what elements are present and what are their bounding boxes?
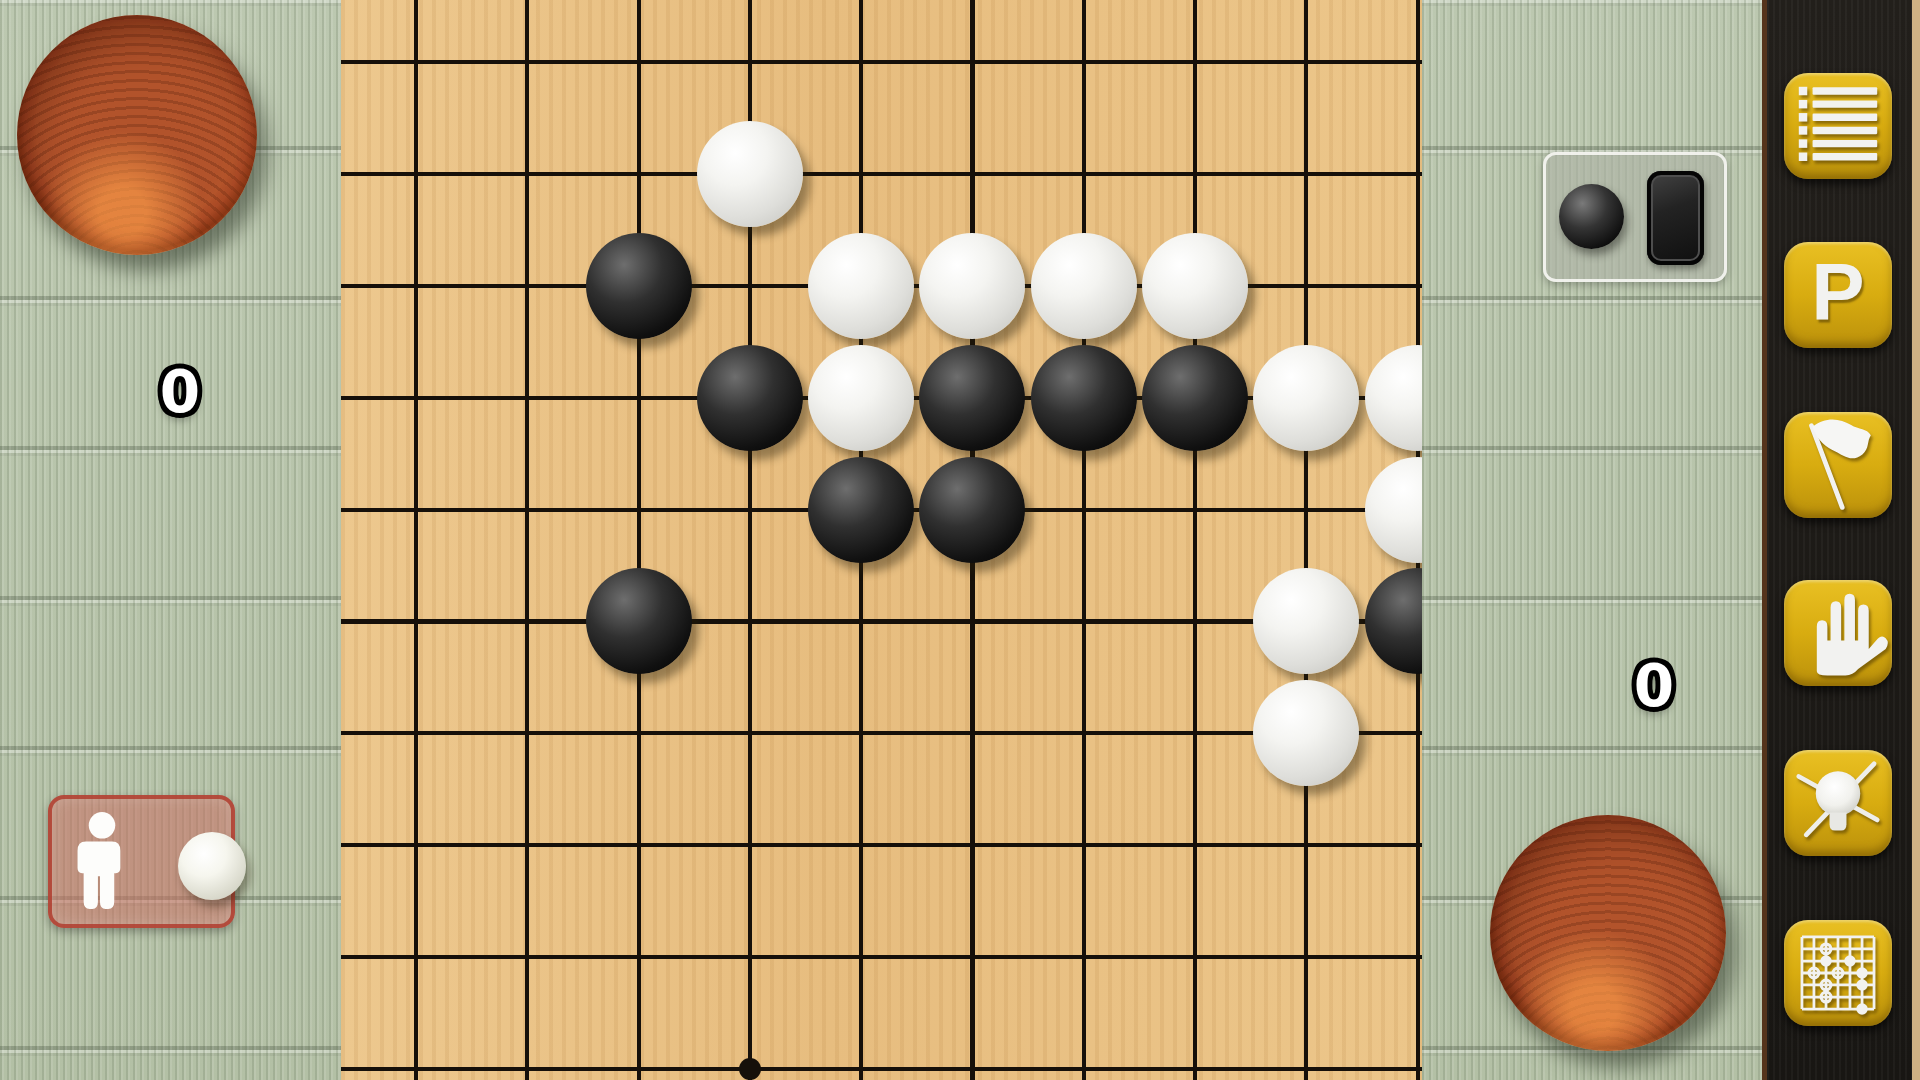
lightbulb-icon: [1784, 750, 1892, 856]
white-stone: [1253, 680, 1359, 786]
go-board[interactable]: [341, 0, 1422, 1080]
toolbar: P: [1762, 0, 1920, 1080]
white-stone: [1031, 233, 1137, 339]
black-stone: [1142, 345, 1248, 451]
black-stone: [919, 457, 1025, 563]
right-panel: 0: [1422, 0, 1762, 1080]
black-stone: [586, 233, 692, 339]
white-stone: [919, 233, 1025, 339]
black-stone: [919, 345, 1025, 451]
white-stone: [1253, 568, 1359, 674]
flag-icon: [1784, 412, 1892, 518]
pass-button[interactable]: P: [1784, 242, 1892, 348]
white-stone: [808, 233, 914, 339]
black-stone: [586, 568, 692, 674]
left-panel: 0: [0, 0, 341, 1080]
black-stone: [808, 457, 914, 563]
white-stone-bowl: [17, 15, 257, 255]
white-captures-count: 0: [160, 363, 200, 421]
white-stone: [1365, 457, 1422, 563]
black-stone-icon: [1559, 184, 1624, 249]
mini-goban-icon: [1784, 920, 1892, 1026]
white-stone: [1142, 233, 1248, 339]
white-stone: [1365, 345, 1422, 451]
move-list-button[interactable]: [1784, 73, 1892, 179]
black-stone: [697, 345, 803, 451]
black-turn-indicator: [1543, 152, 1727, 282]
white-stone-icon: [178, 832, 246, 900]
list-icon: [1784, 73, 1892, 179]
black-captures-count: 0: [1634, 657, 1674, 715]
white-stone: [697, 121, 803, 227]
undo-button[interactable]: [1784, 580, 1892, 686]
stones-grid: [360, 6, 1422, 1080]
star-point: [739, 1058, 761, 1080]
analyze-board-button[interactable]: [1784, 920, 1892, 1026]
pass-label: P: [1784, 252, 1892, 332]
black-bowl-lid-icon: [1647, 171, 1704, 265]
resign-button[interactable]: [1784, 412, 1892, 518]
white-player-indicator: [48, 795, 235, 928]
human-figure-icon: [70, 811, 134, 913]
white-stone: [808, 345, 914, 451]
black-stone-bowl: [1490, 815, 1726, 1051]
white-stone: [1253, 345, 1359, 451]
hand-icon: [1784, 580, 1892, 686]
black-stone: [1365, 568, 1422, 674]
hint-button[interactable]: [1784, 750, 1892, 856]
black-stone: [1031, 345, 1137, 451]
